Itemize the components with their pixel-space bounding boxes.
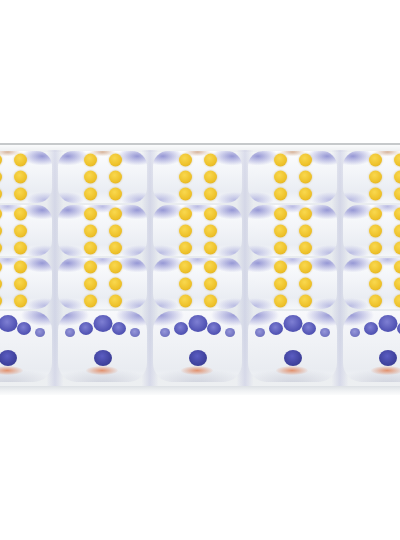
violet-reflection-dot <box>174 322 188 335</box>
die-face-six <box>0 151 52 203</box>
bottom-pip-one <box>0 350 17 366</box>
yellow-pip <box>109 241 122 254</box>
yellow-pip <box>369 154 382 167</box>
yellow-pip <box>369 188 382 201</box>
bottom-pip-one <box>94 350 112 366</box>
yellow-pip <box>204 188 217 201</box>
yellow-pip <box>14 241 27 254</box>
yellow-pip <box>84 241 97 254</box>
violet-reflection-dot <box>65 328 75 337</box>
die-bottom-face <box>58 311 147 382</box>
yellow-pip <box>14 188 27 201</box>
yellow-pip <box>109 188 122 201</box>
bottom-pip-one <box>379 350 397 366</box>
die-r4c4-face-1 <box>245 310 340 386</box>
die-r1c3-face-6 <box>150 150 245 204</box>
yellow-pip <box>179 154 192 167</box>
yellow-pip <box>299 224 312 237</box>
yellow-pip <box>179 188 192 201</box>
die-face-six <box>248 205 337 256</box>
die-r4c3-face-1 <box>150 310 245 386</box>
yellow-pip <box>0 207 2 220</box>
violet-reflection-dot <box>397 322 400 335</box>
die-face-six <box>248 258 337 309</box>
yellow-pip <box>204 207 217 220</box>
die-r1c4-face-6 <box>245 150 340 204</box>
pip-cluster-six <box>0 260 27 307</box>
yellow-pip <box>14 294 27 307</box>
yellow-pip <box>394 241 400 254</box>
yellow-pip <box>369 171 382 184</box>
yellow-pip <box>14 260 27 273</box>
yellow-pip <box>109 207 122 220</box>
yellow-pip <box>274 260 287 273</box>
yellow-pip <box>179 207 192 220</box>
yellow-pip <box>394 294 400 307</box>
pip-cluster-six <box>84 207 122 254</box>
yellow-pip <box>274 171 287 184</box>
yellow-pip <box>84 224 97 237</box>
pip-cluster-six <box>0 154 27 201</box>
yellow-pip <box>299 154 312 167</box>
violet-reflection-dot <box>378 315 397 332</box>
product-photo <box>0 0 400 540</box>
bottom-pip-one <box>284 350 302 366</box>
die-r3c2-face-6 <box>55 257 150 310</box>
pip-cluster-six <box>274 154 312 201</box>
violet-reflection-dot <box>79 322 93 335</box>
die-face-six <box>58 205 147 256</box>
die-r2c4-face-6 <box>245 204 340 257</box>
violet-reflection-dot <box>160 328 170 337</box>
violet-reflection-dot <box>269 322 283 335</box>
yellow-pip <box>369 260 382 273</box>
yellow-pip <box>274 188 287 201</box>
yellow-pip <box>204 241 217 254</box>
yellow-pip <box>84 260 97 273</box>
die-r3c4-face-6 <box>245 257 340 310</box>
yellow-pip <box>394 188 400 201</box>
violet-reflection-dot <box>188 315 207 332</box>
yellow-pip <box>204 171 217 184</box>
die-face-six <box>58 151 147 203</box>
yellow-pip <box>0 171 2 184</box>
yellow-pip <box>394 224 400 237</box>
yellow-pip <box>369 277 382 290</box>
die-r3c5-face-6 <box>340 257 400 310</box>
yellow-pip <box>274 294 287 307</box>
pip-cluster-six <box>179 154 217 201</box>
die-r2c5-face-6 <box>340 204 400 257</box>
orange-glint <box>276 366 308 375</box>
violet-reflection-dot <box>255 328 265 337</box>
yellow-pip <box>179 277 192 290</box>
pip-cluster-six <box>84 260 122 307</box>
die-face-six <box>343 258 400 309</box>
yellow-pip <box>299 294 312 307</box>
die-r2c2-face-6 <box>55 204 150 257</box>
orange-glint <box>86 366 118 375</box>
yellow-pip <box>0 241 2 254</box>
pip-cluster-six <box>369 207 400 254</box>
violet-reflection-dot <box>302 322 316 335</box>
yellow-pip <box>274 241 287 254</box>
die-bottom-face <box>0 311 52 382</box>
die-r3c3-face-6 <box>150 257 245 310</box>
yellow-pip <box>299 260 312 273</box>
die-r1c1-face-6 <box>0 150 55 204</box>
die-r4c2-face-1 <box>55 310 150 386</box>
pip-cluster-six <box>274 207 312 254</box>
yellow-pip <box>369 207 382 220</box>
yellow-pip <box>274 154 287 167</box>
yellow-pip <box>204 294 217 307</box>
yellow-pip <box>0 294 2 307</box>
yellow-pip <box>204 154 217 167</box>
yellow-pip <box>14 224 27 237</box>
yellow-pip <box>179 224 192 237</box>
violet-reflection-dot <box>112 322 126 335</box>
violet-reflection-dot <box>17 322 31 335</box>
yellow-pip <box>299 241 312 254</box>
pip-cluster-six <box>179 260 217 307</box>
yellow-pip <box>394 154 400 167</box>
pip-cluster-six <box>84 154 122 201</box>
yellow-pip <box>394 277 400 290</box>
yellow-pip <box>84 294 97 307</box>
die-r2c3-face-6 <box>150 204 245 257</box>
pip-cluster-six <box>179 207 217 254</box>
yellow-pip <box>0 224 2 237</box>
violet-reflection-dot <box>130 328 140 337</box>
die-r4c5-face-1 <box>340 310 400 386</box>
yellow-pip <box>299 171 312 184</box>
violet-reflection-dot <box>320 328 330 337</box>
yellow-pip <box>0 188 2 201</box>
yellow-pip <box>0 277 2 290</box>
yellow-pip <box>299 207 312 220</box>
yellow-pip <box>394 171 400 184</box>
yellow-pip <box>179 294 192 307</box>
die-r1c2-face-6 <box>55 150 150 204</box>
yellow-pip <box>84 188 97 201</box>
tray-bottom-edge <box>0 386 400 395</box>
pip-cluster-six <box>369 260 400 307</box>
yellow-pip <box>109 277 122 290</box>
yellow-pip <box>179 241 192 254</box>
die-face-six <box>343 151 400 203</box>
yellow-pip <box>274 224 287 237</box>
yellow-pip <box>299 188 312 201</box>
yellow-pip <box>109 224 122 237</box>
yellow-pip <box>299 277 312 290</box>
yellow-pip <box>394 260 400 273</box>
pip-cluster-six <box>274 260 312 307</box>
yellow-pip <box>14 154 27 167</box>
yellow-pip <box>14 207 27 220</box>
yellow-pip <box>14 171 27 184</box>
bottom-pip-one <box>189 350 207 366</box>
violet-reflection-dot <box>283 315 302 332</box>
yellow-pip <box>204 224 217 237</box>
yellow-pip <box>84 154 97 167</box>
pip-cluster-six <box>0 207 27 254</box>
yellow-pip <box>84 207 97 220</box>
die-face-six <box>58 258 147 309</box>
yellow-pip <box>109 154 122 167</box>
die-face-six <box>153 205 242 256</box>
die-face-six <box>0 258 52 309</box>
die-bottom-face <box>153 311 242 382</box>
yellow-pip <box>274 207 287 220</box>
violet-reflection-dot <box>35 328 45 337</box>
yellow-pip <box>109 294 122 307</box>
dice-tray <box>0 143 400 395</box>
violet-reflection-dot <box>225 328 235 337</box>
die-face-six <box>153 151 242 203</box>
yellow-pip <box>369 241 382 254</box>
yellow-pip <box>179 171 192 184</box>
violet-reflection-dot <box>0 315 17 332</box>
yellow-pip <box>204 277 217 290</box>
yellow-pip <box>204 260 217 273</box>
die-r2c1-face-6 <box>0 204 55 257</box>
yellow-pip <box>109 171 122 184</box>
yellow-pip <box>274 277 287 290</box>
yellow-pip <box>369 294 382 307</box>
violet-reflection-dot <box>350 328 360 337</box>
yellow-pip <box>14 277 27 290</box>
yellow-pip <box>84 277 97 290</box>
orange-glint <box>0 366 23 375</box>
yellow-pip <box>0 154 2 167</box>
yellow-pip <box>109 260 122 273</box>
die-face-six <box>343 205 400 256</box>
die-r4c1-face-1 <box>0 310 55 386</box>
yellow-pip <box>369 224 382 237</box>
die-bottom-face <box>248 311 337 382</box>
orange-glint <box>371 366 400 375</box>
yellow-pip <box>394 207 400 220</box>
die-face-six <box>248 151 337 203</box>
yellow-pip <box>84 171 97 184</box>
yellow-pip <box>179 260 192 273</box>
orange-glint <box>181 366 213 375</box>
dice-grid <box>0 150 400 386</box>
die-r3c1-face-6 <box>0 257 55 310</box>
die-face-six <box>153 258 242 309</box>
die-bottom-face <box>343 311 400 382</box>
violet-reflection-dot <box>93 315 112 332</box>
die-face-six <box>0 205 52 256</box>
violet-reflection-dot <box>364 322 378 335</box>
yellow-pip <box>0 260 2 273</box>
pip-cluster-six <box>369 154 400 201</box>
violet-reflection-dot <box>207 322 221 335</box>
die-r1c5-face-6 <box>340 150 400 204</box>
